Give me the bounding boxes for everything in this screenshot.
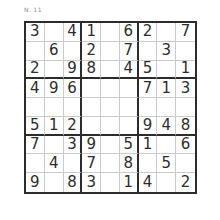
cell-r2c1[interactable] (26, 42, 45, 61)
cell-r7c6: 5 (120, 136, 139, 155)
cell-r1c9: 7 (176, 23, 195, 42)
cell-r4c3: 6 (64, 79, 83, 98)
cell-r4c9: 3 (176, 79, 195, 98)
cell-r5c5[interactable] (101, 98, 120, 117)
cell-r4c8: 1 (157, 79, 176, 98)
cell-r7c8[interactable] (157, 136, 176, 155)
cell-r1c2[interactable] (45, 23, 64, 42)
puzzle-number-label: N. 11 (24, 6, 42, 14)
cell-r8c9[interactable] (176, 154, 195, 173)
cell-r6c4[interactable] (82, 117, 101, 136)
cell-r7c2[interactable] (45, 136, 64, 155)
cell-r3c8[interactable] (157, 61, 176, 80)
cell-r4c7: 7 (139, 79, 158, 98)
cell-r5c9[interactable] (176, 98, 195, 117)
cell-r2c2: 6 (45, 42, 64, 61)
cell-r8c6: 8 (120, 154, 139, 173)
cell-r4c5[interactable] (101, 79, 120, 98)
cell-r5c2[interactable] (45, 98, 64, 117)
cell-r7c9: 6 (176, 136, 195, 155)
cell-r1c8[interactable] (157, 23, 176, 42)
cell-r6c6[interactable] (120, 117, 139, 136)
cell-r4c6[interactable] (120, 79, 139, 98)
cell-r5c8[interactable] (157, 98, 176, 117)
cell-r5c7[interactable] (139, 98, 158, 117)
cell-r9c7: 4 (139, 173, 158, 192)
cell-r2c3[interactable] (64, 42, 83, 61)
cell-r1c5[interactable] (101, 23, 120, 42)
cell-r8c7[interactable] (139, 154, 158, 173)
cell-r7c7: 1 (139, 136, 158, 155)
cell-r3c7: 5 (139, 61, 158, 80)
cell-r3c2[interactable] (45, 61, 64, 80)
cell-r2c7[interactable] (139, 42, 158, 61)
cell-r5c3[interactable] (64, 98, 83, 117)
cell-r6c3: 2 (64, 117, 83, 136)
cell-r6c8: 4 (157, 117, 176, 136)
cell-r9c9: 2 (176, 173, 195, 192)
cell-r5c4[interactable] (82, 98, 101, 117)
cell-r1c7: 2 (139, 23, 158, 42)
cell-r2c8: 3 (157, 42, 176, 61)
cell-r9c8[interactable] (157, 173, 176, 192)
cell-r9c3: 8 (64, 173, 83, 192)
cell-r8c1[interactable] (26, 154, 45, 173)
cell-r4c2: 9 (45, 79, 64, 98)
cell-r8c8: 5 (157, 154, 176, 173)
cell-r7c5[interactable] (101, 136, 120, 155)
cell-r5c1[interactable] (26, 98, 45, 117)
cell-r1c1: 3 (26, 23, 45, 42)
cell-r6c2: 1 (45, 117, 64, 136)
sudoku-page: N. 11 3416276273298451496713512948739516… (0, 0, 220, 220)
cell-r9c2[interactable] (45, 173, 64, 192)
cell-r4c1: 4 (26, 79, 45, 98)
cell-r3c9: 1 (176, 61, 195, 80)
cell-r7c4: 9 (82, 136, 101, 155)
cell-r3c5[interactable] (101, 61, 120, 80)
cell-r9c5[interactable] (101, 173, 120, 192)
cell-r1c4: 1 (82, 23, 101, 42)
cell-r9c1: 9 (26, 173, 45, 192)
cell-r2c6: 7 (120, 42, 139, 61)
cell-r7c1: 7 (26, 136, 45, 155)
cell-r6c5[interactable] (101, 117, 120, 136)
cell-r9c6: 1 (120, 173, 139, 192)
cell-r6c7: 9 (139, 117, 158, 136)
cell-r8c4: 7 (82, 154, 101, 173)
cell-r2c9[interactable] (176, 42, 195, 61)
cell-r1c6: 6 (120, 23, 139, 42)
cell-r6c9: 8 (176, 117, 195, 136)
sudoku-board: 3416276273298451496713512948739516478598… (24, 21, 197, 194)
cell-r6c1: 5 (26, 117, 45, 136)
cell-r8c5[interactable] (101, 154, 120, 173)
cell-r8c3[interactable] (64, 154, 83, 173)
cell-r5c6[interactable] (120, 98, 139, 117)
cell-r4c4[interactable] (82, 79, 101, 98)
cell-r8c2: 4 (45, 154, 64, 173)
cell-r3c3: 9 (64, 61, 83, 80)
cell-r3c4: 8 (82, 61, 101, 80)
cell-r9c4: 3 (82, 173, 101, 192)
cell-r1c3: 4 (64, 23, 83, 42)
cell-r3c6: 4 (120, 61, 139, 80)
cell-r2c4: 2 (82, 42, 101, 61)
cell-r7c3: 3 (64, 136, 83, 155)
cell-r2c5[interactable] (101, 42, 120, 61)
cell-r3c1: 2 (26, 61, 45, 80)
